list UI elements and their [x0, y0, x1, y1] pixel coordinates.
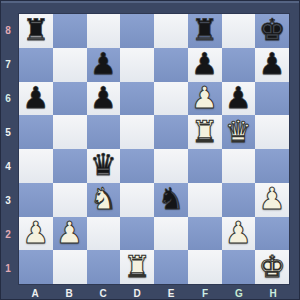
square-c2[interactable] — [87, 217, 121, 251]
white-knight-c3: ♞ — [90, 182, 117, 215]
rank-label-4: 4 — [0, 149, 18, 183]
white-pawn-a2: ♟ — [22, 216, 49, 249]
square-e1[interactable] — [154, 250, 188, 284]
white-rook-f5: ♜ — [191, 115, 218, 148]
square-b8[interactable] — [53, 14, 87, 48]
square-f1[interactable] — [188, 250, 222, 284]
square-h8[interactable]: ♚ — [255, 14, 289, 48]
square-f3[interactable] — [188, 183, 222, 217]
square-a7[interactable] — [19, 48, 53, 82]
square-b7[interactable] — [53, 48, 87, 82]
square-g1[interactable] — [222, 250, 256, 284]
black-pawn-c7: ♟ — [90, 47, 117, 80]
square-h4[interactable] — [255, 149, 289, 183]
square-d7[interactable] — [120, 48, 154, 82]
square-d4[interactable] — [120, 149, 154, 183]
white-queen-g5: ♛ — [225, 115, 252, 148]
square-h6[interactable] — [255, 82, 289, 116]
square-c3[interactable]: ♞ — [87, 183, 121, 217]
square-a2[interactable]: ♟ — [19, 217, 53, 251]
square-f8[interactable]: ♜ — [188, 14, 222, 48]
file-label-A: A — [18, 286, 52, 300]
square-g6[interactable]: ♟ — [222, 82, 256, 116]
square-b2[interactable]: ♟ — [53, 217, 87, 251]
square-b1[interactable] — [53, 250, 87, 284]
square-d5[interactable] — [120, 115, 154, 149]
square-b5[interactable] — [53, 115, 87, 149]
black-rook-f8: ♜ — [191, 13, 218, 46]
white-rook-d1: ♜ — [124, 250, 151, 283]
rank-label-6: 6 — [0, 81, 18, 115]
square-h2[interactable] — [255, 217, 289, 251]
square-a8[interactable]: ♜ — [19, 14, 53, 48]
square-e5[interactable] — [154, 115, 188, 149]
white-king-h1: ♚ — [259, 250, 286, 283]
rank-labels: 87654321 — [0, 13, 18, 285]
square-d1[interactable]: ♜ — [120, 250, 154, 284]
square-g2[interactable]: ♟ — [222, 217, 256, 251]
rank-label-1: 1 — [0, 251, 18, 285]
black-pawn-c6: ♟ — [90, 81, 117, 114]
file-labels: ABCDEFGH — [18, 286, 290, 300]
white-pawn-h3: ♟ — [259, 182, 286, 215]
black-rook-a8: ♜ — [22, 13, 49, 46]
black-pawn-a6: ♟ — [22, 81, 49, 114]
square-e4[interactable] — [154, 149, 188, 183]
square-c4[interactable]: ♛ — [87, 149, 121, 183]
file-label-H: H — [256, 286, 290, 300]
square-g4[interactable] — [222, 149, 256, 183]
black-queen-c4: ♛ — [90, 148, 117, 181]
square-c8[interactable] — [87, 14, 121, 48]
black-pawn-f7: ♟ — [191, 47, 218, 80]
square-a5[interactable] — [19, 115, 53, 149]
square-c5[interactable] — [87, 115, 121, 149]
square-e8[interactable] — [154, 14, 188, 48]
black-knight-e3: ♞ — [157, 182, 184, 215]
file-label-B: B — [52, 286, 86, 300]
square-c6[interactable]: ♟ — [87, 82, 121, 116]
square-f2[interactable] — [188, 217, 222, 251]
square-c7[interactable]: ♟ — [87, 48, 121, 82]
square-d8[interactable] — [120, 14, 154, 48]
square-h7[interactable]: ♟ — [255, 48, 289, 82]
square-a6[interactable]: ♟ — [19, 82, 53, 116]
square-f4[interactable] — [188, 149, 222, 183]
rank-label-8: 8 — [0, 13, 18, 47]
square-a3[interactable] — [19, 183, 53, 217]
white-pawn-f6: ♟ — [191, 81, 218, 114]
square-b6[interactable] — [53, 82, 87, 116]
square-d3[interactable] — [120, 183, 154, 217]
square-e7[interactable] — [154, 48, 188, 82]
square-c1[interactable] — [87, 250, 121, 284]
chess-diagram: ♜♜♚♟♟♟♟♟♟♟♜♛♛♞♞♟♟♟♟♜♚ 87654321 ABCDEFGH — [0, 0, 300, 300]
square-a1[interactable] — [19, 250, 53, 284]
square-b4[interactable] — [53, 149, 87, 183]
square-d2[interactable] — [120, 217, 154, 251]
square-g7[interactable] — [222, 48, 256, 82]
file-label-C: C — [86, 286, 120, 300]
square-a4[interactable] — [19, 149, 53, 183]
file-label-E: E — [154, 286, 188, 300]
square-e3[interactable]: ♞ — [154, 183, 188, 217]
file-label-F: F — [188, 286, 222, 300]
white-pawn-b2: ♟ — [56, 216, 83, 249]
square-e6[interactable] — [154, 82, 188, 116]
square-h3[interactable]: ♟ — [255, 183, 289, 217]
board: ♜♜♚♟♟♟♟♟♟♟♜♛♛♞♞♟♟♟♟♜♚ — [18, 13, 290, 285]
square-f5[interactable]: ♜ — [188, 115, 222, 149]
square-g8[interactable] — [222, 14, 256, 48]
square-f6[interactable]: ♟ — [188, 82, 222, 116]
square-h5[interactable] — [255, 115, 289, 149]
white-pawn-g2: ♟ — [225, 216, 252, 249]
rank-label-3: 3 — [0, 183, 18, 217]
square-h1[interactable]: ♚ — [255, 250, 289, 284]
square-f7[interactable]: ♟ — [188, 48, 222, 82]
black-king-h8: ♚ — [259, 13, 286, 46]
rank-label-5: 5 — [0, 115, 18, 149]
square-e2[interactable] — [154, 217, 188, 251]
rank-label-7: 7 — [0, 47, 18, 81]
square-b3[interactable] — [53, 183, 87, 217]
rank-label-2: 2 — [0, 217, 18, 251]
file-label-D: D — [120, 286, 154, 300]
black-pawn-h7: ♟ — [259, 47, 286, 80]
square-d6[interactable] — [120, 82, 154, 116]
file-label-G: G — [222, 286, 256, 300]
square-g3[interactable] — [222, 183, 256, 217]
black-pawn-g6: ♟ — [225, 81, 252, 114]
square-g5[interactable]: ♛ — [222, 115, 256, 149]
